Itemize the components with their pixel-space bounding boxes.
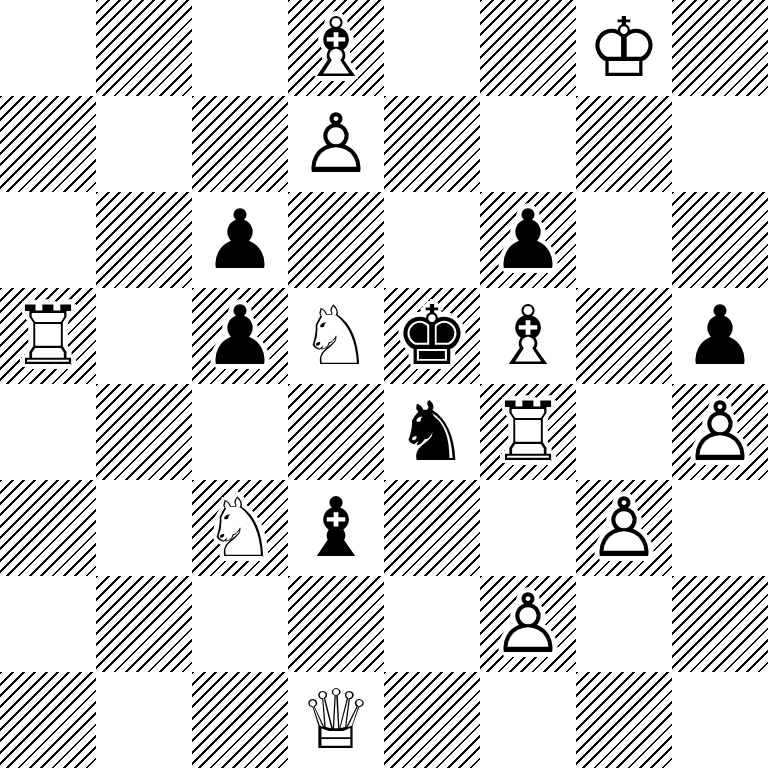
black-pawn-h5[interactable]: ♟ [672,288,768,384]
black-king-e5[interactable]: ♚ [384,288,480,384]
white-queen-d1[interactable]: ♕ [288,672,384,768]
square-c8[interactable] [192,0,288,96]
black-pawn-c6[interactable]: ♟ [192,192,288,288]
square-g6[interactable] [576,192,672,288]
square-a7[interactable] [0,96,96,192]
square-d4[interactable] [288,384,384,480]
square-d6[interactable] [288,192,384,288]
square-b3[interactable] [96,480,192,576]
square-b7[interactable] [96,96,192,192]
square-d1[interactable]: ♛♕ [288,672,384,768]
square-h5[interactable]: ♟♟ [672,288,768,384]
square-g4[interactable] [576,384,672,480]
square-e1[interactable] [384,672,480,768]
square-d5[interactable]: ♞♘ [288,288,384,384]
square-c3[interactable]: ♞♘ [192,480,288,576]
square-a3[interactable] [0,480,96,576]
white-knight-d5[interactable]: ♘ [288,288,384,384]
black-pawn-c5[interactable]: ♟ [192,288,288,384]
square-b8[interactable] [96,0,192,96]
square-f7[interactable] [480,96,576,192]
white-king-g8[interactable]: ♔ [576,0,672,96]
square-a6[interactable] [0,192,96,288]
square-e3[interactable] [384,480,480,576]
square-g1[interactable] [576,672,672,768]
square-d7[interactable]: ♟♙ [288,96,384,192]
white-pawn-d7[interactable]: ♙ [288,96,384,192]
square-b2[interactable] [96,576,192,672]
square-g8[interactable]: ♚♔ [576,0,672,96]
square-e5[interactable]: ♚♚ [384,288,480,384]
square-h3[interactable] [672,480,768,576]
square-h1[interactable] [672,672,768,768]
square-h6[interactable] [672,192,768,288]
square-d3[interactable]: ♝♝ [288,480,384,576]
white-rook-f4[interactable]: ♖ [480,384,576,480]
black-pawn-f6[interactable]: ♟ [480,192,576,288]
white-bishop-d8[interactable]: ♗ [288,0,384,96]
square-f4[interactable]: ♜♖ [480,384,576,480]
square-c6[interactable]: ♟♟ [192,192,288,288]
square-g7[interactable] [576,96,672,192]
square-b6[interactable] [96,192,192,288]
square-d8[interactable]: ♝♗ [288,0,384,96]
square-e8[interactable] [384,0,480,96]
white-pawn-g3[interactable]: ♙ [576,480,672,576]
square-c1[interactable] [192,672,288,768]
white-knight-c3[interactable]: ♘ [192,480,288,576]
square-h8[interactable] [672,0,768,96]
black-knight-e4[interactable]: ♞ [384,384,480,480]
square-c4[interactable] [192,384,288,480]
square-a4[interactable] [0,384,96,480]
square-e4[interactable]: ♞♞ [384,384,480,480]
square-e7[interactable] [384,96,480,192]
square-h7[interactable] [672,96,768,192]
square-a2[interactable] [0,576,96,672]
square-e2[interactable] [384,576,480,672]
square-a5[interactable]: ♜♖ [0,288,96,384]
square-b1[interactable] [96,672,192,768]
square-f1[interactable] [480,672,576,768]
square-a1[interactable] [0,672,96,768]
square-e6[interactable] [384,192,480,288]
square-a8[interactable] [0,0,96,96]
square-b4[interactable] [96,384,192,480]
chess-board: ♝♗♚♔♟♙♟♟♟♟♜♖♟♟♞♘♚♚♝♗♟♟♞♞♜♖♟♙♞♘♝♝♟♙♟♙♛♕ [0,0,768,768]
square-c7[interactable] [192,96,288,192]
square-g3[interactable]: ♟♙ [576,480,672,576]
square-g2[interactable] [576,576,672,672]
square-h4[interactable]: ♟♙ [672,384,768,480]
square-f3[interactable] [480,480,576,576]
square-f2[interactable]: ♟♙ [480,576,576,672]
square-c5[interactable]: ♟♟ [192,288,288,384]
black-bishop-d3[interactable]: ♝ [288,480,384,576]
square-d2[interactable] [288,576,384,672]
square-c2[interactable] [192,576,288,672]
square-h2[interactable] [672,576,768,672]
white-pawn-f2[interactable]: ♙ [480,576,576,672]
white-bishop-f5[interactable]: ♗ [480,288,576,384]
square-b5[interactable] [96,288,192,384]
square-f8[interactable] [480,0,576,96]
square-f6[interactable]: ♟♟ [480,192,576,288]
square-f5[interactable]: ♝♗ [480,288,576,384]
white-pawn-h4[interactable]: ♙ [672,384,768,480]
white-rook-a5[interactable]: ♖ [0,288,96,384]
square-g5[interactable] [576,288,672,384]
